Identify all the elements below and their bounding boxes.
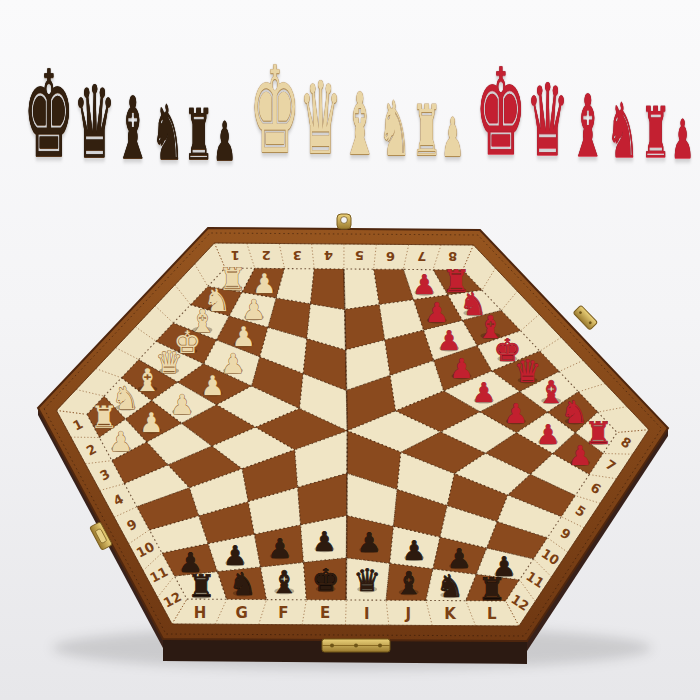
white-pawn: ♟ <box>139 407 163 438</box>
white-pawn: ♟ <box>231 321 255 352</box>
red-pawn: ♟ <box>425 297 449 328</box>
coordinate-label: 3 <box>293 248 302 263</box>
coordinate-label: L <box>487 605 497 623</box>
dark-bishop: ♝ <box>270 564 298 600</box>
white-pawn: ♟ <box>170 389 194 420</box>
dark-pawn: ♟ <box>223 540 247 571</box>
dark-queen: ♛ <box>353 562 381 598</box>
dark-pawn: ♟ <box>402 535 426 566</box>
coordinate-label: F <box>278 604 288 622</box>
coordinate-label: J <box>405 605 412 623</box>
coordinate-label: 8 <box>448 249 457 264</box>
coordinate-label: I <box>364 605 370 623</box>
coordinate-label: 2 <box>262 248 271 263</box>
dark-pawn: ♟ <box>312 526 336 557</box>
dark-king: ♚ <box>312 562 340 598</box>
red-pawn: ♟ <box>536 419 560 450</box>
red-pawn: ♟ <box>449 353 473 384</box>
brass-clasp-top <box>337 214 351 229</box>
dark-pawn: ♟ <box>357 527 381 558</box>
dark-bishop: ♝ <box>395 565 423 601</box>
brass-clasp-right <box>573 305 598 330</box>
white-pawn: ♟ <box>221 348 245 379</box>
board-area: 123456781234910111287659101112HGFEIJKL♜♞… <box>0 0 700 700</box>
coordinate-label: 5 <box>355 248 364 263</box>
coordinate-label: 6 <box>386 249 395 264</box>
white-pawn: ♟ <box>109 426 133 457</box>
red-pawn: ♟ <box>412 269 436 300</box>
dark-pawn: ♟ <box>492 551 516 582</box>
coordinate-label: K <box>444 605 457 623</box>
red-pawn: ♟ <box>472 377 496 408</box>
white-pawn: ♟ <box>252 268 276 299</box>
brass-hinge-bottom <box>322 639 390 652</box>
board-cell <box>344 269 379 310</box>
product-photo: ♚♛♝♞♜♟ ♚♛♝♞♜♟ ♚♛♝♞♜♟ 1234567812349101112… <box>0 0 700 700</box>
dark-pawn: ♟ <box>268 533 292 564</box>
coordinate-label: 4 <box>324 248 333 263</box>
red-pawn: ♟ <box>437 325 461 356</box>
red-pawn: ♟ <box>568 440 592 471</box>
board-cell <box>311 269 345 310</box>
three-player-chess-board: 123456781234910111287659101112HGFEIJKL♜♞… <box>0 0 700 700</box>
coordinate-label: E <box>320 604 330 622</box>
white-rook: ♜ <box>219 261 247 297</box>
red-pawn: ♟ <box>504 398 528 429</box>
coordinate-label: G <box>235 604 247 622</box>
white-pawn: ♟ <box>242 294 266 325</box>
dark-pawn: ♟ <box>178 547 202 578</box>
coordinate-label: H <box>194 604 207 622</box>
band-tick <box>604 454 632 455</box>
dark-knight: ♞ <box>229 566 257 602</box>
dark-pawn: ♟ <box>447 543 471 574</box>
coordinate-label: 7 <box>417 249 426 264</box>
